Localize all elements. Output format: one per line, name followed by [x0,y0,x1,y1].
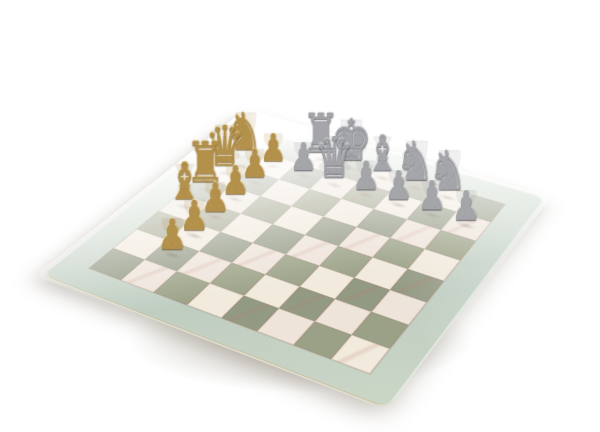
square-g5 [373,238,425,269]
pawn-reflection: ♟ [426,185,505,226]
chess-set-photo: ♜♜♚♚♝♝♞♞♞♞♞♞♟♟♟♟♛♛♟♟♟♟♟♟♟♟♛♛♟♟♜♜♟♟♝♝♟♟♟♟… [0,0,600,432]
pawn-reflection: ♟ [131,213,213,255]
square-h7: ♟♟ [441,212,491,241]
square-h6 [425,230,476,260]
